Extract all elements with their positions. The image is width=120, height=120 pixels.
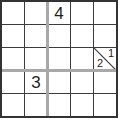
cell-r4c4[interactable] <box>71 71 93 93</box>
horizontal-divider-line <box>2 69 116 72</box>
cell-r5c4[interactable] <box>71 94 93 116</box>
cell-r3c2[interactable] <box>25 48 47 70</box>
cell-r5c2[interactable] <box>25 94 47 116</box>
cell-r5c1[interactable] <box>2 94 24 116</box>
cell-r4c3[interactable] <box>48 71 70 93</box>
cell-r5c3[interactable] <box>48 94 70 116</box>
cell-r3c1[interactable] <box>2 48 24 70</box>
cell-r2c2[interactable] <box>25 25 47 47</box>
given-digit-3: 3 <box>31 74 40 91</box>
puzzle-board: 4 1 2 3 <box>0 0 118 118</box>
given-digit-4: 4 <box>54 5 63 22</box>
cell-r4c1[interactable] <box>2 71 24 93</box>
cell-r1c5[interactable] <box>94 2 116 24</box>
clue-number-bottom-left: 2 <box>97 58 103 69</box>
cell-r4c2: 3 <box>25 71 47 93</box>
cell-r2c5[interactable] <box>94 25 116 47</box>
clue-cell-r3c5: 1 2 <box>94 48 116 70</box>
cell-r1c4[interactable] <box>71 2 93 24</box>
vertical-divider-line <box>46 2 49 116</box>
cell-r4c5[interactable] <box>94 71 116 93</box>
cell-r2c3[interactable] <box>48 25 70 47</box>
cell-r3c3[interactable] <box>48 48 70 70</box>
cell-r2c4[interactable] <box>71 25 93 47</box>
cell-r1c3: 4 <box>48 2 70 24</box>
cell-r1c2[interactable] <box>25 2 47 24</box>
cell-r5c5[interactable] <box>94 94 116 116</box>
cell-r2c1[interactable] <box>2 25 24 47</box>
cell-r1c1[interactable] <box>2 2 24 24</box>
cell-r3c4[interactable] <box>71 48 93 70</box>
clue-number-top-right: 1 <box>108 48 114 59</box>
